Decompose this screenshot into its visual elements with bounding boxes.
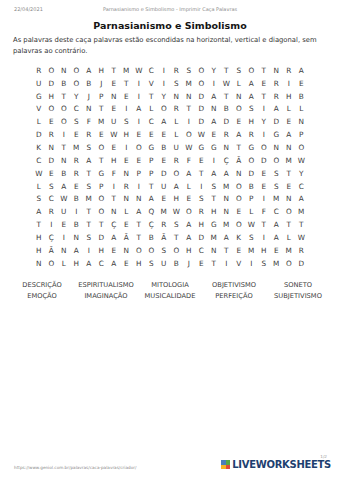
grid-cell: A bbox=[133, 103, 146, 116]
grid-cell: H bbox=[170, 192, 183, 205]
grid-cell: E bbox=[95, 128, 108, 141]
grid-cell: M bbox=[183, 77, 196, 90]
grid-cell: E bbox=[108, 77, 121, 90]
grid-cell: I bbox=[208, 77, 221, 90]
grid-cell: N bbox=[108, 205, 121, 218]
grid-cell: S bbox=[245, 231, 258, 244]
grid-cell: U bbox=[158, 180, 171, 193]
grid-cell: C bbox=[270, 205, 283, 218]
grid-cell: C bbox=[295, 180, 308, 193]
grid-cell: N bbox=[183, 90, 196, 103]
grid-cell: G bbox=[245, 141, 258, 154]
grid-cell: M bbox=[158, 205, 171, 218]
grid-cell: A bbox=[245, 90, 258, 103]
grid-cell: A bbox=[208, 115, 221, 128]
grid-cell: C bbox=[195, 244, 208, 257]
grid-cell: K bbox=[233, 231, 246, 244]
grid-cell: R bbox=[270, 77, 283, 90]
grid-cell: F bbox=[258, 205, 271, 218]
grid-cell: Ã bbox=[233, 154, 246, 167]
grid-cell: P bbox=[95, 90, 108, 103]
grid-cell: T bbox=[83, 205, 96, 218]
grid-cell: A bbox=[220, 231, 233, 244]
grid-cell: T bbox=[195, 167, 208, 180]
grid-cell: G bbox=[33, 90, 46, 103]
grid-cell: I bbox=[195, 180, 208, 193]
grid-cell: Ã bbox=[45, 244, 58, 257]
grid-cell: F bbox=[83, 115, 96, 128]
grid-cell: P bbox=[145, 167, 158, 180]
grid-cell: N bbox=[133, 192, 146, 205]
grid-cell: W bbox=[245, 218, 258, 231]
grid-cell: N bbox=[233, 167, 246, 180]
grid-cell: W bbox=[108, 128, 121, 141]
grid-cell: N bbox=[220, 192, 233, 205]
grid-cell: N bbox=[283, 141, 296, 154]
grid-cell: A bbox=[183, 231, 196, 244]
grid-cell: M bbox=[295, 205, 308, 218]
grid-cell: E bbox=[233, 115, 246, 128]
grid-cell: O bbox=[133, 244, 146, 257]
grid-cell: A bbox=[270, 103, 283, 116]
grid-cell: S bbox=[183, 64, 196, 77]
grid-cell: O bbox=[195, 64, 208, 77]
grid-cell: W bbox=[220, 77, 233, 90]
grid-cell: Ã bbox=[158, 231, 171, 244]
grid-cell: L bbox=[183, 180, 196, 193]
grid-cell: R bbox=[120, 180, 133, 193]
grid-cell: I bbox=[58, 231, 71, 244]
grid-cell: A bbox=[183, 167, 196, 180]
grid-cell: O bbox=[95, 192, 108, 205]
grid-cell: S bbox=[270, 167, 283, 180]
grid-cell: Y bbox=[258, 115, 271, 128]
grid-cell: E bbox=[208, 128, 221, 141]
grid-cell: V bbox=[33, 103, 46, 116]
grid-cell: L bbox=[33, 180, 46, 193]
grid-cell: M bbox=[120, 64, 133, 77]
grid-cell: D bbox=[195, 231, 208, 244]
grid-cell: E bbox=[258, 167, 271, 180]
grid-cell: E bbox=[120, 257, 133, 270]
grid-cell: D bbox=[95, 231, 108, 244]
grid-cell: E bbox=[120, 154, 133, 167]
grid-cell: S bbox=[120, 115, 133, 128]
grid-cell: S bbox=[45, 180, 58, 193]
grid-cell: W bbox=[33, 167, 46, 180]
grid-cell: O bbox=[245, 64, 258, 77]
grid-cell: N bbox=[58, 244, 71, 257]
grid-cell: U bbox=[33, 77, 46, 90]
grid-cell: W bbox=[195, 128, 208, 141]
grid-cell: Ç bbox=[45, 231, 58, 244]
grid-cell: T bbox=[83, 218, 96, 231]
word-item: MITOLOGIA bbox=[138, 281, 202, 289]
grid-cell: E bbox=[158, 192, 171, 205]
word-list: DESCRIÇÃOESPIRITUALISMOMITOLOGIAOBJETIVI… bbox=[10, 281, 330, 300]
grid-cell: F bbox=[108, 167, 121, 180]
grid-cell: O bbox=[245, 154, 258, 167]
grid-cell: L bbox=[145, 103, 158, 116]
grid-cell: H bbox=[208, 205, 221, 218]
grid-cell: T bbox=[220, 64, 233, 77]
grid-cell: H bbox=[195, 218, 208, 231]
grid-cell: N bbox=[120, 192, 133, 205]
grid-cell: C bbox=[33, 154, 46, 167]
grid-cell: H bbox=[245, 115, 258, 128]
grid-cell: I bbox=[108, 180, 121, 193]
grid-cell: J bbox=[95, 77, 108, 90]
grid-cell: S bbox=[245, 103, 258, 116]
grid-cell: D bbox=[33, 128, 46, 141]
grid-cell: A bbox=[158, 115, 171, 128]
grid-cell: A bbox=[283, 128, 296, 141]
grid-cell: S bbox=[83, 141, 96, 154]
grid-cell: O bbox=[283, 205, 296, 218]
grid-cell: C bbox=[95, 257, 108, 270]
grid-cell: L bbox=[233, 77, 246, 90]
word-item: PERFEIÇÃO bbox=[202, 292, 266, 300]
grid-cell: I bbox=[258, 231, 271, 244]
word-item: MUSICALIDADE bbox=[138, 292, 202, 300]
grid-cell: N bbox=[220, 205, 233, 218]
grid-cell: H bbox=[133, 257, 146, 270]
grid-cell: T bbox=[95, 218, 108, 231]
grid-cell: T bbox=[58, 141, 71, 154]
grid-cell: E bbox=[108, 244, 121, 257]
grid-cell: R bbox=[158, 218, 171, 231]
grid-cell: O bbox=[158, 103, 171, 116]
grid-cell: R bbox=[283, 64, 296, 77]
grid-cell: L bbox=[283, 103, 296, 116]
grid-cell: D bbox=[270, 115, 283, 128]
grid-cell: A bbox=[83, 154, 96, 167]
grid-cell: I bbox=[45, 218, 58, 231]
grid-cell: T bbox=[108, 192, 121, 205]
grid-cell: M bbox=[208, 231, 221, 244]
grid-cell: B bbox=[158, 141, 171, 154]
grid-cell: R bbox=[33, 64, 46, 77]
grid-cell: T bbox=[208, 257, 221, 270]
grid-cell: H bbox=[70, 257, 83, 270]
grid-cell: I bbox=[120, 103, 133, 116]
grid-cell: L bbox=[245, 205, 258, 218]
grid-cell: H bbox=[45, 90, 58, 103]
grid-cell: W bbox=[133, 64, 146, 77]
grid-cell: N bbox=[108, 90, 121, 103]
grid-cell: S bbox=[70, 115, 83, 128]
grid-cell: O bbox=[183, 128, 196, 141]
grid-cell: S bbox=[233, 64, 246, 77]
grid-cell: B bbox=[70, 192, 83, 205]
grid-cell: A bbox=[33, 205, 46, 218]
grid-cell: E bbox=[58, 218, 71, 231]
grid-cell: B bbox=[145, 231, 158, 244]
grid-cell: A bbox=[70, 244, 83, 257]
grid-cell: T bbox=[208, 192, 221, 205]
grid-cell: F bbox=[183, 154, 196, 167]
grid-cell: T bbox=[33, 218, 46, 231]
grid-cell: Y bbox=[158, 90, 171, 103]
grid-cell: M bbox=[220, 218, 233, 231]
grid-cell: N bbox=[120, 167, 133, 180]
grid-cell: I bbox=[70, 205, 83, 218]
grid-cell: G bbox=[208, 141, 221, 154]
grid-cell: T bbox=[95, 103, 108, 116]
grid-cell: N bbox=[283, 192, 296, 205]
grid-cell: H bbox=[95, 64, 108, 77]
grid-cell: O bbox=[45, 103, 58, 116]
grid-cell: U bbox=[170, 141, 183, 154]
grid-cell: R bbox=[170, 64, 183, 77]
grid-cell: S bbox=[145, 257, 158, 270]
grid-cell: N bbox=[45, 141, 58, 154]
grid-cell: T bbox=[258, 64, 271, 77]
grid-cell: G bbox=[195, 141, 208, 154]
grid-cell: H bbox=[95, 244, 108, 257]
grid-cell: T bbox=[283, 167, 296, 180]
grid-cell: S bbox=[170, 77, 183, 90]
liveworksheets-logo: LIVEWORKSHEETS bbox=[221, 459, 331, 470]
grid-cell: R bbox=[83, 128, 96, 141]
grid-cell: W bbox=[58, 192, 71, 205]
word-item: EMOÇÃO bbox=[10, 292, 74, 300]
grid-cell: E bbox=[45, 115, 58, 128]
grid-cell: R bbox=[170, 154, 183, 167]
grid-cell: P bbox=[295, 128, 308, 141]
grid-cell: L bbox=[170, 128, 183, 141]
grid-cell: I bbox=[133, 90, 146, 103]
grid-cell: Ç bbox=[108, 218, 121, 231]
grid-cell: T bbox=[58, 90, 71, 103]
grid-cell: O bbox=[133, 141, 146, 154]
grid-cell: A bbox=[245, 77, 258, 90]
word-item: SONETO bbox=[266, 281, 330, 289]
grid-cell: L bbox=[120, 205, 133, 218]
grid-cell: D bbox=[45, 154, 58, 167]
grid-cell: Ã bbox=[120, 231, 133, 244]
grid-cell: E bbox=[158, 128, 171, 141]
grid-cell: Y bbox=[208, 64, 221, 77]
grid-cell: I bbox=[133, 180, 146, 193]
grid-cell: G bbox=[208, 218, 221, 231]
grid-cell: I bbox=[245, 257, 258, 270]
print-doc-title: Parnasianismo e Simbolismo - Imprimir Ca… bbox=[0, 6, 340, 12]
liveworksheets-logo-icon bbox=[221, 460, 230, 469]
grid-cell: C bbox=[145, 64, 158, 77]
grid-cell: E bbox=[195, 154, 208, 167]
grid-cell: T bbox=[145, 180, 158, 193]
grid-cell: W bbox=[183, 141, 196, 154]
grid-cell: N bbox=[233, 90, 246, 103]
grid-cell: O bbox=[95, 141, 108, 154]
printed-page: 22/04/2021 Parnasianismo e Simbolismo - … bbox=[0, 0, 340, 480]
grid-cell: O bbox=[70, 77, 83, 90]
grid-cell: T bbox=[170, 231, 183, 244]
grid-cell: L bbox=[283, 231, 296, 244]
grid-cell: A bbox=[170, 180, 183, 193]
grid-cell: W bbox=[170, 205, 183, 218]
grid-cell: H bbox=[120, 128, 133, 141]
grid-cell: T bbox=[220, 90, 233, 103]
grid-cell: W bbox=[295, 154, 308, 167]
grid-cell: P bbox=[145, 154, 158, 167]
grid-cell: O bbox=[233, 218, 246, 231]
grid-cell: T bbox=[145, 90, 158, 103]
grid-cell: A bbox=[133, 205, 146, 218]
grid-cell: M bbox=[283, 154, 296, 167]
grid-cell: O bbox=[283, 257, 296, 270]
grid-cell: L bbox=[170, 115, 183, 128]
liveworksheets-logo-text: LIVEWORKSHEETS bbox=[232, 459, 331, 470]
grid-cell: A bbox=[108, 231, 121, 244]
word-item: ESPIRITUALISMO bbox=[74, 281, 138, 289]
grid-cell: I bbox=[183, 115, 196, 128]
grid-cell: E bbox=[258, 77, 271, 90]
grid-cell: B bbox=[245, 180, 258, 193]
grid-cell: O bbox=[233, 192, 246, 205]
grid-cell: I bbox=[133, 115, 146, 128]
grid-cell: L bbox=[33, 115, 46, 128]
word-item: SUBJETIVISMO bbox=[266, 292, 330, 300]
grid-cell: E bbox=[233, 205, 246, 218]
grid-cell: Y bbox=[70, 90, 83, 103]
grid-cell: S bbox=[208, 180, 221, 193]
word-item: DESCRIÇÃO bbox=[10, 281, 74, 289]
grid-cell: O bbox=[170, 167, 183, 180]
grid-cell: H bbox=[183, 244, 196, 257]
grid-cell: M bbox=[270, 257, 283, 270]
grid-cell: N bbox=[208, 244, 221, 257]
grid-cell: A bbox=[270, 231, 283, 244]
grid-cell: L bbox=[58, 257, 71, 270]
grid-cell: I bbox=[258, 128, 271, 141]
grid-cell: E bbox=[195, 257, 208, 270]
grid-cell: T bbox=[258, 90, 271, 103]
grid-cell: A bbox=[220, 167, 233, 180]
grid-cell: R bbox=[195, 205, 208, 218]
grid-cell: G bbox=[145, 141, 158, 154]
grid-cell: O bbox=[145, 244, 158, 257]
grid-cell: E bbox=[108, 103, 121, 116]
grid-cell: M bbox=[283, 244, 296, 257]
grid-cell: A bbox=[295, 64, 308, 77]
word-grid: RONOAHTMWCIRSOYTSOTNRAUDBOBJETIVISMOIWLA… bbox=[33, 64, 308, 270]
grid-cell: S bbox=[270, 180, 283, 193]
grid-cell: E bbox=[295, 77, 308, 90]
grid-cell: I bbox=[220, 257, 233, 270]
grid-cell: A bbox=[83, 64, 96, 77]
grid-cell: M bbox=[245, 244, 258, 257]
grid-cell: M bbox=[270, 192, 283, 205]
grid-cell: R bbox=[70, 154, 83, 167]
grid-cell: T bbox=[295, 218, 308, 231]
grid-cell: W bbox=[295, 231, 308, 244]
grid-cell: T bbox=[120, 77, 133, 90]
grid-cell: D bbox=[195, 103, 208, 116]
grid-cell: O bbox=[170, 244, 183, 257]
grid-cell: N bbox=[270, 141, 283, 154]
grid-cell: T bbox=[83, 167, 96, 180]
grid-cell: D bbox=[195, 90, 208, 103]
grid-cell: I bbox=[83, 244, 96, 257]
grid-cell: C bbox=[145, 115, 158, 128]
grid-cell: A bbox=[83, 257, 96, 270]
grid-cell: B bbox=[220, 103, 233, 116]
grid-cell: O bbox=[195, 77, 208, 90]
grid-cell: Ç bbox=[220, 154, 233, 167]
grid-cell: O bbox=[270, 154, 283, 167]
grid-cell: O bbox=[45, 64, 58, 77]
grid-cell: C bbox=[70, 103, 83, 116]
grid-cell: U bbox=[158, 257, 171, 270]
grid-cell: E bbox=[70, 128, 83, 141]
grid-cell: M bbox=[70, 141, 83, 154]
grid-cell: T bbox=[108, 64, 121, 77]
grid-cell: B bbox=[295, 90, 308, 103]
grid-cell: A bbox=[233, 128, 246, 141]
grid-cell: E bbox=[258, 180, 271, 193]
word-item: OBJETIVISMO bbox=[202, 281, 266, 289]
grid-cell: Ç bbox=[145, 218, 158, 231]
grid-cell: D bbox=[245, 167, 258, 180]
grid-cell: I bbox=[158, 77, 171, 90]
grid-cell: R bbox=[295, 244, 308, 257]
grid-cell: S bbox=[33, 192, 46, 205]
grid-cell: S bbox=[83, 180, 96, 193]
grid-cell: S bbox=[195, 192, 208, 205]
grid-cell: H bbox=[283, 90, 296, 103]
grid-cell: E bbox=[270, 244, 283, 257]
grid-cell: P bbox=[95, 180, 108, 193]
grid-cell: J bbox=[83, 90, 96, 103]
grid-cell: E bbox=[120, 90, 133, 103]
grid-cell: O bbox=[233, 180, 246, 193]
grid-cell: I bbox=[58, 128, 71, 141]
grid-cell: V bbox=[233, 257, 246, 270]
grid-cell: E bbox=[45, 167, 58, 180]
grid-cell: E bbox=[133, 154, 146, 167]
grid-cell: N bbox=[295, 115, 308, 128]
word-item: IMAGINAÇÃO bbox=[74, 292, 138, 300]
grid-cell: N bbox=[170, 90, 183, 103]
grid-cell: R bbox=[45, 128, 58, 141]
grid-cell: T bbox=[233, 141, 246, 154]
grid-cell: R bbox=[270, 90, 283, 103]
footer-url: https://www.geniol.com.br/palavras/caca-… bbox=[14, 465, 136, 470]
grid-cell: E bbox=[120, 218, 133, 231]
grid-cell: P bbox=[245, 192, 258, 205]
grid-cell: R bbox=[45, 205, 58, 218]
grid-cell: H bbox=[33, 244, 46, 257]
grid-cell: B bbox=[70, 218, 83, 231]
grid-cell: I bbox=[283, 77, 296, 90]
grid-cell: H bbox=[258, 244, 271, 257]
grid-cell: D bbox=[220, 115, 233, 128]
grid-cell: N bbox=[83, 103, 96, 116]
grid-cell: H bbox=[33, 231, 46, 244]
grid-cell: E bbox=[70, 180, 83, 193]
grid-cell: M bbox=[95, 115, 108, 128]
grid-cell: U bbox=[58, 205, 71, 218]
grid-cell: A bbox=[270, 218, 283, 231]
grid-cell: R bbox=[70, 167, 83, 180]
grid-cell: T bbox=[95, 154, 108, 167]
grid-cell: R bbox=[170, 103, 183, 116]
grid-cell: N bbox=[120, 244, 133, 257]
grid-cell: C bbox=[45, 192, 58, 205]
grid-cell: S bbox=[170, 218, 183, 231]
